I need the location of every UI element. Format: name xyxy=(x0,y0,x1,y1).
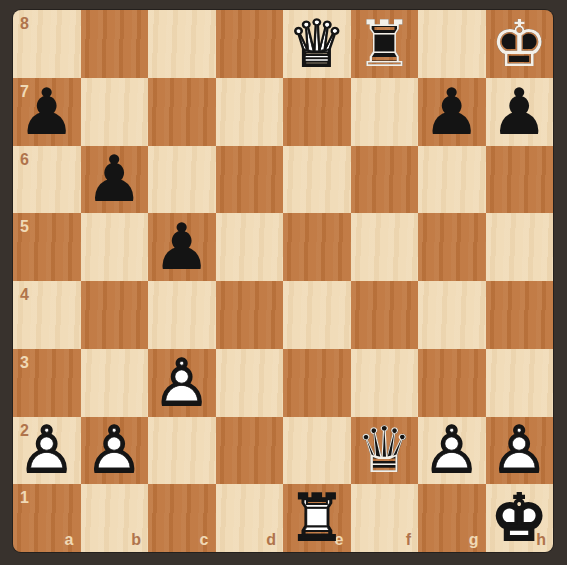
square-g1[interactable]: g xyxy=(418,484,486,552)
white-king[interactable]: ♚♔ xyxy=(486,484,554,552)
rank-label-1: 1 xyxy=(20,490,29,506)
white-rook[interactable]: ♜♖ xyxy=(283,484,351,552)
square-c1[interactable]: c xyxy=(148,484,216,552)
square-a7[interactable]: 7♟ xyxy=(13,78,81,146)
square-a5[interactable]: 5 xyxy=(13,213,81,281)
black-queen[interactable]: ♛♕ xyxy=(351,417,419,485)
white-queen[interactable]: ♛♕ xyxy=(283,10,351,78)
square-d1[interactable]: d xyxy=(216,484,284,552)
black-queen-detail-glyph: ♕ xyxy=(351,417,419,485)
square-b6[interactable]: ♟ xyxy=(81,146,149,214)
rank-label-3: 3 xyxy=(20,355,29,371)
square-d3[interactable] xyxy=(216,349,284,417)
square-b5[interactable] xyxy=(81,213,149,281)
white-rook-detail-glyph: ♖ xyxy=(283,484,351,552)
white-pawn-detail-glyph: ♙ xyxy=(13,417,81,485)
square-e6[interactable] xyxy=(283,146,351,214)
square-g8[interactable] xyxy=(418,10,486,78)
file-label-b: b xyxy=(131,532,141,548)
rank-label-5: 5 xyxy=(20,219,29,235)
square-e2[interactable] xyxy=(283,417,351,485)
rank-label-6: 6 xyxy=(20,152,29,168)
square-g3[interactable] xyxy=(418,349,486,417)
rank-label-8: 8 xyxy=(20,16,29,32)
black-king[interactable]: ♚♔ xyxy=(486,10,554,78)
white-king-detail-glyph: ♔ xyxy=(486,484,554,552)
white-pawn-detail-glyph: ♙ xyxy=(418,417,486,485)
file-label-g: g xyxy=(469,532,479,548)
white-pawn[interactable]: ♟♙ xyxy=(81,417,149,485)
file-label-f: f xyxy=(406,532,411,548)
square-d8[interactable] xyxy=(216,10,284,78)
square-b1[interactable]: b xyxy=(81,484,149,552)
square-a8[interactable]: 8 xyxy=(13,10,81,78)
black-rook-detail-glyph: ♖ xyxy=(351,10,419,78)
square-h7[interactable]: ♟ xyxy=(486,78,554,146)
square-c3[interactable]: ♟♙ xyxy=(148,349,216,417)
square-e8[interactable]: ♛♕ xyxy=(283,10,351,78)
square-f8[interactable]: ♜♖ xyxy=(351,10,419,78)
file-label-a: a xyxy=(65,532,74,548)
square-c4[interactable] xyxy=(148,281,216,349)
black-pawn-glyph: ♟ xyxy=(418,78,486,146)
square-g2[interactable]: ♟♙ xyxy=(418,417,486,485)
square-a1[interactable]: 1a xyxy=(13,484,81,552)
square-d2[interactable] xyxy=(216,417,284,485)
square-f4[interactable] xyxy=(351,281,419,349)
square-d5[interactable] xyxy=(216,213,284,281)
square-g5[interactable] xyxy=(418,213,486,281)
chess-board: 8♛♕♜♖♚♔7♟♟♟6♟5♟43♟♙2♟♙♟♙♛♕♟♙♟♙1abcde♜♖fg… xyxy=(13,10,553,552)
file-label-c: c xyxy=(200,532,209,548)
square-e7[interactable] xyxy=(283,78,351,146)
white-pawn-detail-glyph: ♙ xyxy=(81,417,149,485)
black-pawn-glyph: ♟ xyxy=(81,146,149,214)
square-c8[interactable] xyxy=(148,10,216,78)
square-c5[interactable]: ♟ xyxy=(148,213,216,281)
black-pawn[interactable]: ♟ xyxy=(148,213,216,281)
square-d7[interactable] xyxy=(216,78,284,146)
square-e3[interactable] xyxy=(283,349,351,417)
black-pawn-glyph: ♟ xyxy=(13,78,81,146)
black-pawn-glyph: ♟ xyxy=(148,213,216,281)
square-h2[interactable]: ♟♙ xyxy=(486,417,554,485)
square-b3[interactable] xyxy=(81,349,149,417)
square-b4[interactable] xyxy=(81,281,149,349)
square-e4[interactable] xyxy=(283,281,351,349)
white-pawn[interactable]: ♟♙ xyxy=(486,417,554,485)
square-d4[interactable] xyxy=(216,281,284,349)
white-queen-detail-glyph: ♕ xyxy=(283,10,351,78)
square-d6[interactable] xyxy=(216,146,284,214)
white-pawn[interactable]: ♟♙ xyxy=(418,417,486,485)
white-pawn-detail-glyph: ♙ xyxy=(486,417,554,485)
file-label-d: d xyxy=(266,532,276,548)
white-pawn-detail-glyph: ♙ xyxy=(148,349,216,417)
square-b8[interactable] xyxy=(81,10,149,78)
square-e1[interactable]: e♜♖ xyxy=(283,484,351,552)
black-king-detail-glyph: ♔ xyxy=(486,10,554,78)
square-a3[interactable]: 3 xyxy=(13,349,81,417)
square-a4[interactable]: 4 xyxy=(13,281,81,349)
square-a2[interactable]: 2♟♙ xyxy=(13,417,81,485)
black-pawn[interactable]: ♟ xyxy=(81,146,149,214)
square-f7[interactable] xyxy=(351,78,419,146)
black-rook[interactable]: ♜♖ xyxy=(351,10,419,78)
square-a6[interactable]: 6 xyxy=(13,146,81,214)
black-pawn[interactable]: ♟ xyxy=(486,78,554,146)
square-h4[interactable] xyxy=(486,281,554,349)
black-pawn[interactable]: ♟ xyxy=(418,78,486,146)
square-h6[interactable] xyxy=(486,146,554,214)
square-h5[interactable] xyxy=(486,213,554,281)
square-f2[interactable]: ♛♕ xyxy=(351,417,419,485)
square-b7[interactable] xyxy=(81,78,149,146)
square-f5[interactable] xyxy=(351,213,419,281)
black-pawn-glyph: ♟ xyxy=(486,78,554,146)
square-c2[interactable] xyxy=(148,417,216,485)
white-pawn[interactable]: ♟♙ xyxy=(148,349,216,417)
square-g4[interactable] xyxy=(418,281,486,349)
white-pawn[interactable]: ♟♙ xyxy=(13,417,81,485)
square-g7[interactable]: ♟ xyxy=(418,78,486,146)
black-pawn[interactable]: ♟ xyxy=(13,78,81,146)
square-h1[interactable]: h♚♔ xyxy=(486,484,554,552)
square-b2[interactable]: ♟♙ xyxy=(81,417,149,485)
square-e5[interactable] xyxy=(283,213,351,281)
square-h8[interactable]: ♚♔ xyxy=(486,10,554,78)
square-f1[interactable]: f xyxy=(351,484,419,552)
square-f6[interactable] xyxy=(351,146,419,214)
square-c7[interactable] xyxy=(148,78,216,146)
square-f3[interactable] xyxy=(351,349,419,417)
square-g6[interactable] xyxy=(418,146,486,214)
rank-label-4: 4 xyxy=(20,287,29,303)
square-c6[interactable] xyxy=(148,146,216,214)
square-h3[interactable] xyxy=(486,349,554,417)
